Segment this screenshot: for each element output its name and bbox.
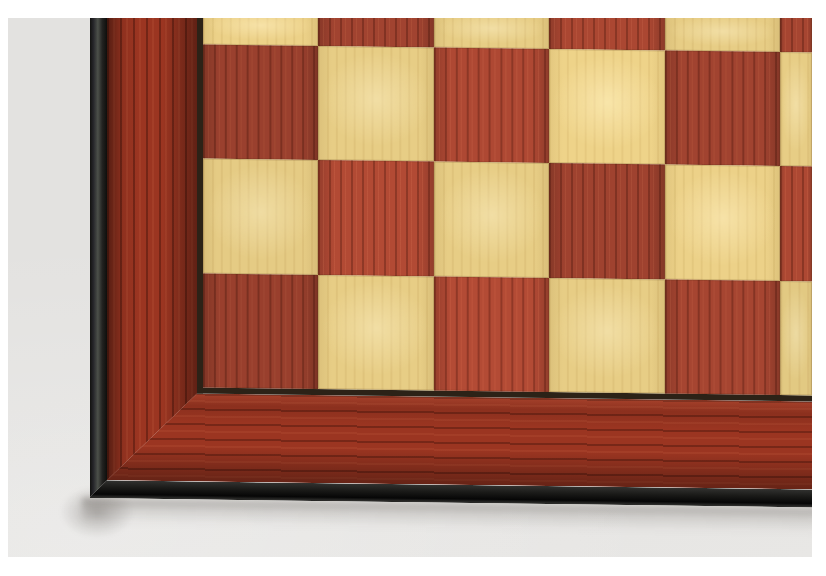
square-f3 xyxy=(780,52,812,167)
square-d3 xyxy=(549,49,664,165)
square-e2 xyxy=(665,165,780,281)
square-b3 xyxy=(318,46,433,162)
square-f4 xyxy=(780,18,812,52)
square-a2 xyxy=(203,159,318,275)
square-d1 xyxy=(549,278,664,394)
square-d4 xyxy=(549,18,664,51)
square-b2 xyxy=(318,160,433,276)
square-d2 xyxy=(549,163,664,279)
square-f1 xyxy=(780,281,812,396)
square-b4 xyxy=(318,18,433,48)
square-f2 xyxy=(780,166,812,281)
square-e3 xyxy=(665,51,780,167)
square-e4 xyxy=(665,18,780,52)
square-a1 xyxy=(203,273,318,389)
square-c4 xyxy=(434,18,549,49)
square-a4 xyxy=(203,18,318,46)
square-c2 xyxy=(434,162,549,278)
chessboard xyxy=(90,18,812,507)
square-a3 xyxy=(203,44,318,160)
playing-squares-grid xyxy=(203,18,812,395)
padauk-border-bottom xyxy=(107,392,812,489)
photo xyxy=(8,18,812,557)
square-c3 xyxy=(434,48,549,164)
product-photo-page: { "game": "chess", "position": "8/8/8/8/… xyxy=(0,0,826,576)
board-edge-left xyxy=(90,18,107,497)
square-c1 xyxy=(434,276,549,392)
square-e1 xyxy=(665,279,780,395)
square-b1 xyxy=(318,275,433,391)
